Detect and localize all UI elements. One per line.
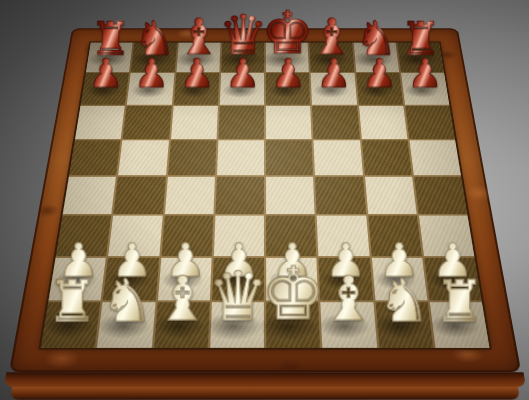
rook-glyph: ♜: [46, 273, 97, 329]
square-b6[interactable]: [122, 106, 171, 139]
app-window: ♜♞♝♛♚♝♞♜♟♟♟♟♟♟♟♟♟♟♟♟♟♟♟♟♜♞♝♛♚♝♞♜: [0, 0, 529, 400]
square-h7[interactable]: [400, 73, 448, 104]
board-base-edge: [9, 387, 520, 400]
chess-board: ♜♞♝♛♚♝♞♜♟♟♟♟♟♟♟♟♟♟♟♟♟♟♟♟♜♞♝♛♚♝♞♜: [8, 28, 520, 372]
square-d8[interactable]: [220, 43, 263, 72]
knight-glyph: ♞: [376, 271, 429, 330]
square-a7[interactable]: [80, 73, 128, 104]
square-e5[interactable]: [265, 140, 312, 175]
board-front-edge: [3, 372, 526, 387]
square-f5[interactable]: [313, 140, 362, 175]
square-g7[interactable]: [355, 73, 402, 104]
square-d5[interactable]: [216, 140, 263, 175]
square-e6[interactable]: [265, 106, 311, 139]
square-b5[interactable]: [118, 140, 168, 175]
chessboard-scene: ♜♞♝♛♚♝♞♜♟♟♟♟♟♟♟♟♟♟♟♟♟♟♟♟♜♞♝♛♚♝♞♜: [0, 0, 529, 400]
square-f6[interactable]: [312, 106, 359, 139]
square-h6[interactable]: [404, 106, 454, 139]
square-c5[interactable]: [167, 140, 216, 175]
square-h5[interactable]: [409, 140, 461, 175]
square-f7[interactable]: [310, 73, 356, 104]
king-glyph: ♚: [260, 257, 325, 329]
rook-glyph: ♜: [433, 273, 484, 329]
square-g8[interactable]: [353, 43, 399, 72]
square-g6[interactable]: [358, 106, 407, 139]
square-a8[interactable]: [86, 43, 133, 72]
square-e8[interactable]: [265, 43, 308, 72]
square-a6[interactable]: [75, 106, 125, 139]
square-e7[interactable]: [265, 73, 309, 104]
queen-glyph: ♛: [206, 262, 267, 330]
square-c6[interactable]: [170, 106, 217, 139]
knight-glyph: ♞: [100, 271, 153, 330]
square-c7[interactable]: [173, 73, 219, 104]
square-a5[interactable]: [69, 140, 121, 175]
square-c8[interactable]: [176, 43, 220, 72]
bishop-glyph: ♝: [154, 269, 209, 330]
square-d6[interactable]: [218, 106, 264, 139]
bishop-glyph: ♝: [320, 269, 375, 330]
square-b7[interactable]: [127, 73, 174, 104]
square-d7[interactable]: [219, 73, 263, 104]
square-g5[interactable]: [361, 140, 411, 175]
square-h8[interactable]: [397, 43, 444, 72]
square-b8[interactable]: [131, 43, 177, 72]
square-f8[interactable]: [309, 43, 353, 72]
